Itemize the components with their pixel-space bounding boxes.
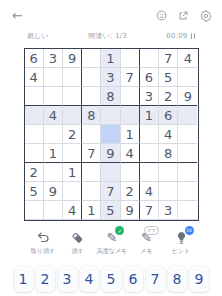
advanced-notes-button[interactable]: ✎ ✓ 高度なメモ <box>95 230 129 256</box>
numpad-key-6[interactable]: 6 <box>124 266 143 292</box>
cell-r2c9[interactable] <box>178 68 197 87</box>
cell-r4c4[interactable]: 8 <box>82 106 101 125</box>
cell-r6c6[interactable]: 4 <box>121 144 140 163</box>
cell-r4c3[interactable] <box>63 106 82 125</box>
cell-r8c7[interactable]: 4 <box>140 182 159 201</box>
cell-r8c8[interactable] <box>159 182 178 201</box>
cell-r9c8[interactable]: 3 <box>159 201 178 220</box>
cell-r5c6[interactable]: 1 <box>121 125 140 144</box>
eraser-icon <box>71 230 84 245</box>
cell-r8c1[interactable]: 5 <box>25 182 44 201</box>
hint-button[interactable]: 50 ヒント <box>164 230 198 256</box>
cell-r5c9[interactable] <box>178 125 197 144</box>
numpad-key-8[interactable]: 8 <box>168 266 187 292</box>
mistakes-counter: 間違い: 1/3 <box>88 31 127 41</box>
numpad-key-1[interactable]: 1 <box>14 266 33 292</box>
back-button[interactable]: ← <box>12 9 23 22</box>
cell-r6c7[interactable] <box>140 144 159 163</box>
cell-r9c1[interactable] <box>25 201 44 220</box>
cell-r4c5[interactable] <box>101 106 120 125</box>
cell-r4c1[interactable] <box>25 106 44 125</box>
cell-r2c3[interactable] <box>63 68 82 87</box>
cell-r3c1[interactable] <box>25 87 44 106</box>
cell-r7c5[interactable] <box>101 163 120 182</box>
cell-r1c2[interactable]: 3 <box>44 49 63 68</box>
cell-r1c3[interactable]: 9 <box>63 49 82 68</box>
numpad-key-2[interactable]: 2 <box>36 266 55 292</box>
cell-r9c9[interactable] <box>178 201 197 220</box>
cell-r3c7[interactable]: 3 <box>140 87 159 106</box>
cell-r8c4[interactable] <box>82 182 101 201</box>
cell-r7c8[interactable] <box>159 163 178 182</box>
erase-button[interactable]: 消す <box>61 230 95 256</box>
cell-r9c4[interactable]: 1 <box>82 201 101 220</box>
cell-r2c7[interactable]: 6 <box>140 68 159 87</box>
cell-r5c5[interactable] <box>101 125 120 144</box>
cell-r3c6[interactable] <box>121 87 140 106</box>
cell-r9c3[interactable]: 4 <box>63 201 82 220</box>
notes-button[interactable]: ✎ オフ メモ <box>130 230 164 256</box>
bulb-icon: 50 <box>176 230 187 245</box>
cell-r2c8[interactable]: 5 <box>159 68 178 87</box>
hint-label: ヒント <box>172 247 190 256</box>
cell-r9c6[interactable]: 9 <box>121 201 140 220</box>
cell-r6c8[interactable]: 8 <box>159 144 178 163</box>
cell-r1c1[interactable]: 6 <box>25 49 44 68</box>
pencil-icon: ✎ ✓ <box>107 230 118 245</box>
cell-r1c8[interactable]: 7 <box>159 49 178 68</box>
cell-r5c2[interactable] <box>44 125 63 144</box>
cell-r6c5[interactable]: 9 <box>101 144 120 163</box>
cell-r7c9[interactable] <box>178 163 197 182</box>
cell-r8c6[interactable]: 2 <box>121 182 140 201</box>
cell-r5c8[interactable]: 4 <box>159 125 178 144</box>
smiley-icon[interactable] <box>156 10 167 21</box>
cell-r5c7[interactable] <box>140 125 159 144</box>
cell-r2c6[interactable]: 7 <box>121 68 140 87</box>
cell-r1c5[interactable]: 1 <box>101 49 120 68</box>
top-bar: ← <box>0 0 222 24</box>
cell-r6c9[interactable] <box>178 144 197 163</box>
share-icon[interactable] <box>178 10 189 21</box>
cell-r3c9[interactable]: 9 <box>178 87 197 106</box>
cell-r8c2[interactable]: 9 <box>44 182 63 201</box>
cell-r6c3[interactable] <box>63 144 82 163</box>
cell-r8c5[interactable]: 7 <box>101 182 120 201</box>
cell-r3c8[interactable]: 2 <box>159 87 178 106</box>
notes-off-badge: オフ <box>144 226 159 235</box>
difficulty-label: 易しい <box>27 31 49 41</box>
numpad-key-5[interactable]: 5 <box>102 266 121 292</box>
advanced-notes-on-badge: ✓ <box>115 226 124 235</box>
hint-count-badge: 50 <box>185 226 194 235</box>
pause-icon[interactable] <box>191 33 196 39</box>
cell-r7c3[interactable]: 1 <box>63 163 82 182</box>
cell-r3c3[interactable] <box>63 87 82 106</box>
cell-r6c1[interactable] <box>25 144 44 163</box>
cell-r1c7[interactable] <box>140 49 159 68</box>
cell-r4c8[interactable]: 6 <box>159 106 178 125</box>
settings-icon[interactable] <box>200 10 212 22</box>
cell-r3c5[interactable]: 8 <box>101 87 120 106</box>
cell-r2c1[interactable]: 4 <box>25 68 44 87</box>
cell-r1c6[interactable] <box>121 49 140 68</box>
numpad-key-9[interactable]: 9 <box>190 266 209 292</box>
numpad-key-7[interactable]: 7 <box>146 266 165 292</box>
cell-r4c2[interactable]: 4 <box>44 106 63 125</box>
notes-label: メモ <box>140 247 152 256</box>
cell-r4c6[interactable] <box>121 106 140 125</box>
timer: 00:09 <box>166 32 187 40</box>
cell-r1c9[interactable]: 4 <box>178 49 197 68</box>
cell-r7c2[interactable] <box>44 163 63 182</box>
cell-r7c6[interactable] <box>121 163 140 182</box>
cell-r5c4[interactable] <box>82 125 101 144</box>
pencil-icon: ✎ オフ <box>141 230 152 245</box>
toolbar: 取り消す 消す ✎ ✓ 高度なメモ ✎ オフ メモ 50 ヒント <box>0 221 222 256</box>
numpad-key-3[interactable]: 3 <box>58 266 77 292</box>
cell-r5c1[interactable] <box>25 125 44 144</box>
cell-r1c4[interactable] <box>82 49 101 68</box>
cell-r6c4[interactable]: 7 <box>82 144 101 163</box>
undo-label: 取り消す <box>31 247 55 256</box>
undo-button[interactable]: 取り消す <box>26 230 60 256</box>
cell-r2c5[interactable]: 3 <box>101 68 120 87</box>
cell-r3c2[interactable] <box>44 87 63 106</box>
cell-r4c9[interactable] <box>178 106 197 125</box>
sudoku-board: 6391744376583294816214179482159724415973 <box>24 48 199 221</box>
advanced-notes-label: 高度なメモ <box>97 247 127 256</box>
cell-r2c2[interactable] <box>44 68 63 87</box>
cell-r7c7[interactable] <box>140 163 159 182</box>
cell-r8c3[interactable] <box>63 182 82 201</box>
cell-r5c3[interactable]: 2 <box>63 125 82 144</box>
cell-r8c9[interactable] <box>178 182 197 201</box>
cell-r4c7[interactable]: 1 <box>140 106 159 125</box>
cell-r9c5[interactable]: 5 <box>101 201 120 220</box>
cell-r9c7[interactable]: 7 <box>140 201 159 220</box>
cell-r6c2[interactable]: 1 <box>44 144 63 163</box>
erase-label: 消す <box>71 247 83 256</box>
cell-r7c1[interactable]: 2 <box>25 163 44 182</box>
top-bar-icons <box>156 10 212 22</box>
cell-r2c4[interactable] <box>82 68 101 87</box>
number-pad: 123456789 <box>0 266 222 292</box>
cell-r3c4[interactable] <box>82 87 101 106</box>
cell-r7c4[interactable] <box>82 163 101 182</box>
numpad-key-4[interactable]: 4 <box>80 266 99 292</box>
undo-icon <box>36 230 50 245</box>
cell-r9c2[interactable] <box>44 201 63 220</box>
status-bar: 易しい 間違い: 1/3 00:09 <box>0 24 222 46</box>
